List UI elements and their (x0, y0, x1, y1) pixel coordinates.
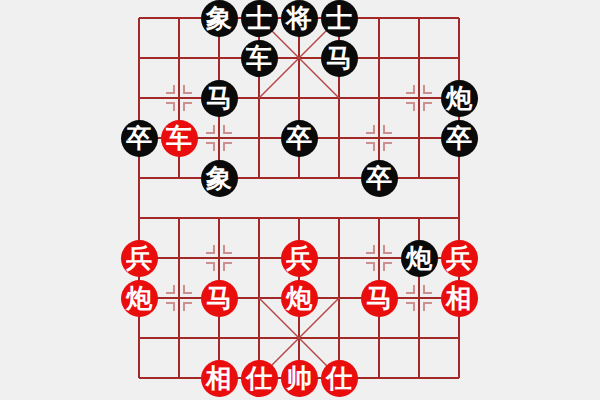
piece-red-horse[interactable]: 马 (201, 280, 238, 317)
piece-black-pawn[interactable]: 卒 (281, 120, 318, 157)
piece-red-cannon[interactable]: 炮 (121, 280, 158, 317)
piece-red-general[interactable]: 帅 (281, 360, 318, 397)
piece-black-cannon[interactable]: 炮 (401, 240, 438, 277)
piece-red-pawn[interactable]: 兵 (121, 240, 158, 277)
piece-black-pawn[interactable]: 卒 (121, 120, 158, 157)
piece-black-general[interactable]: 将 (281, 0, 318, 37)
piece-black-pawn[interactable]: 卒 (441, 120, 478, 157)
piece-black-cannon[interactable]: 炮 (441, 80, 478, 117)
piece-red-elephant[interactable]: 相 (441, 280, 478, 317)
piece-red-chariot[interactable]: 车 (161, 120, 198, 157)
piece-black-pawn[interactable]: 卒 (361, 160, 398, 197)
piece-black-horse[interactable]: 马 (321, 40, 358, 77)
piece-black-chariot[interactable]: 车 (241, 40, 278, 77)
xiangqi-app: 象士将士车马马炮卒车卒卒象卒兵兵炮兵炮马炮马相相仕帅仕 (0, 0, 600, 400)
piece-red-pawn[interactable]: 兵 (441, 240, 478, 277)
piece-red-horse[interactable]: 马 (361, 280, 398, 317)
piece-black-elephant[interactable]: 象 (201, 160, 238, 197)
piece-red-elephant[interactable]: 相 (201, 360, 238, 397)
piece-black-horse[interactable]: 马 (201, 80, 238, 117)
piece-red-pawn[interactable]: 兵 (281, 240, 318, 277)
piece-black-elephant[interactable]: 象 (201, 0, 238, 37)
piece-black-advisor[interactable]: 士 (321, 0, 358, 37)
piece-red-cannon[interactable]: 炮 (281, 280, 318, 317)
piece-black-advisor[interactable]: 士 (241, 0, 278, 37)
piece-red-advisor[interactable]: 仕 (241, 360, 278, 397)
piece-red-advisor[interactable]: 仕 (321, 360, 358, 397)
xiangqi-pieces-grid: 象士将士车马马炮卒车卒卒象卒兵兵炮兵炮马炮马相相仕帅仕 (119, 0, 479, 398)
